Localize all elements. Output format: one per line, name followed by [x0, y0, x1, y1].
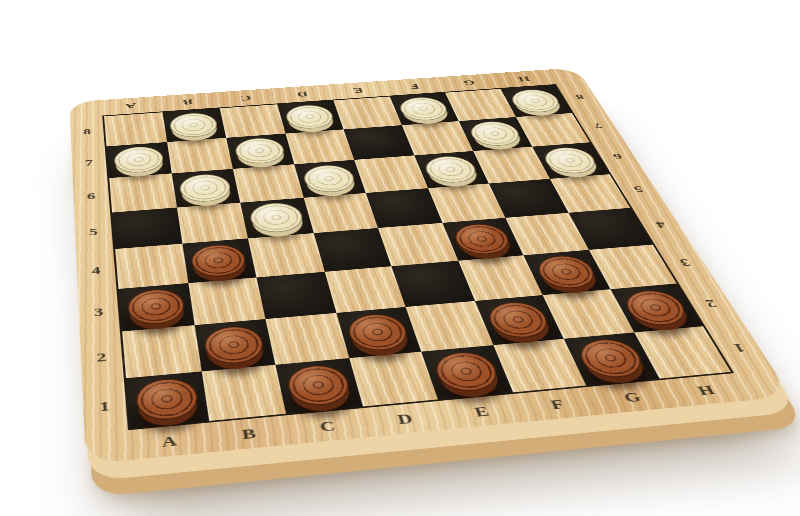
coord-label-5: 5	[89, 227, 98, 237]
coord-label-c: C	[318, 419, 336, 434]
piece-cream-d6[interactable]	[301, 164, 358, 194]
coord-label-8: 8	[574, 93, 586, 101]
square-d5[interactable]	[303, 193, 378, 233]
piece-cream-f6[interactable]	[421, 155, 480, 184]
checkers-board: ABCDEFGH 87654321 87654321 ABCDEFGH	[69, 68, 791, 465]
piece-cream-c5[interactable]	[247, 202, 305, 234]
piece-brown-e1[interactable]	[430, 350, 503, 393]
coord-label-6: 6	[87, 191, 96, 201]
square-a3[interactable]	[119, 283, 195, 332]
piece-brown-f4[interactable]	[450, 222, 515, 256]
coord-label-b: B	[183, 98, 194, 106]
coord-label-c: C	[239, 94, 251, 102]
piece-cream-d8[interactable]	[284, 104, 337, 130]
piece-cream-h8[interactable]	[507, 88, 564, 113]
photo-background: ABCDEFGH 87654321 87654321 ABCDEFGH	[0, 0, 800, 516]
piece-cream-h6[interactable]	[540, 146, 602, 175]
coord-label-a: A	[125, 102, 137, 110]
square-a6[interactable]	[109, 173, 176, 212]
square-b5[interactable]	[176, 202, 248, 243]
piece-brown-g1[interactable]	[573, 337, 649, 379]
piece-brown-a1[interactable]	[134, 377, 200, 422]
coord-label-f: F	[548, 397, 566, 411]
square-c2[interactable]	[265, 313, 348, 364]
square-b7[interactable]	[167, 138, 233, 174]
coord-label-f: F	[408, 82, 420, 90]
piece-brown-h2[interactable]	[619, 288, 693, 327]
coord-label-7: 7	[85, 158, 94, 167]
piece-brown-b2[interactable]	[202, 324, 266, 365]
square-b8[interactable]	[162, 108, 226, 142]
square-c8[interactable]	[220, 104, 285, 137]
square-b2[interactable]	[194, 319, 275, 371]
coord-label-h: H	[517, 75, 532, 83]
square-a4[interactable]	[115, 244, 188, 289]
coord-label-g: G	[462, 79, 477, 87]
coord-label-e: E	[352, 86, 364, 94]
coord-label-2: 2	[703, 297, 719, 309]
coord-label-d: D	[296, 90, 309, 98]
square-a7[interactable]	[107, 142, 172, 178]
coord-label-g: G	[621, 390, 643, 404]
coord-label-5: 5	[631, 184, 644, 193]
coord-label-d: D	[396, 411, 415, 426]
coord-label-8: 8	[83, 127, 91, 135]
square-d8[interactable]	[277, 100, 344, 133]
coord-label-1: 1	[99, 399, 110, 413]
piece-cream-b8[interactable]	[169, 112, 220, 139]
coord-label-e: E	[472, 404, 490, 419]
board-grid	[102, 84, 734, 430]
coord-label-b: B	[241, 426, 257, 441]
coord-label-h: H	[695, 383, 717, 397]
square-b4[interactable]	[182, 238, 256, 282]
piece-brown-c1[interactable]	[284, 363, 353, 407]
piece-brown-d2[interactable]	[344, 312, 412, 352]
square-c1[interactable]	[275, 358, 362, 414]
piece-cream-c7[interactable]	[233, 137, 287, 165]
square-a1[interactable]	[126, 371, 209, 428]
square-c7[interactable]	[226, 133, 294, 169]
coord-label-4: 4	[653, 219, 667, 229]
coord-label-7: 7	[592, 121, 604, 129]
square-c5[interactable]	[240, 198, 313, 239]
square-c6[interactable]	[233, 164, 303, 202]
piece-cream-b6[interactable]	[178, 173, 233, 203]
square-b1[interactable]	[201, 364, 286, 421]
piece-cream-f8[interactable]	[396, 96, 451, 122]
coord-label-6: 6	[611, 152, 624, 161]
piece-brown-f2[interactable]	[483, 300, 554, 339]
coord-label-3: 3	[677, 257, 692, 268]
square-d7[interactable]	[285, 129, 354, 164]
square-b6[interactable]	[171, 169, 240, 207]
square-a2[interactable]	[122, 325, 201, 378]
piece-cream-g7[interactable]	[466, 120, 524, 147]
coord-label-a: A	[161, 433, 178, 448]
square-d6[interactable]	[294, 160, 366, 198]
coord-label-3: 3	[94, 306, 104, 318]
piece-brown-b4[interactable]	[189, 243, 248, 278]
square-c4[interactable]	[248, 233, 324, 277]
piece-brown-a3[interactable]	[126, 288, 186, 327]
square-b3[interactable]	[188, 277, 266, 325]
coord-label-1: 1	[730, 341, 747, 354]
square-a8[interactable]	[104, 112, 167, 146]
piece-cream-a7[interactable]	[113, 145, 164, 174]
coord-label-2: 2	[96, 351, 106, 364]
coord-label-4: 4	[91, 265, 101, 276]
piece-brown-g3[interactable]	[532, 254, 601, 290]
square-a5[interactable]	[112, 207, 182, 249]
square-c3[interactable]	[256, 272, 336, 320]
